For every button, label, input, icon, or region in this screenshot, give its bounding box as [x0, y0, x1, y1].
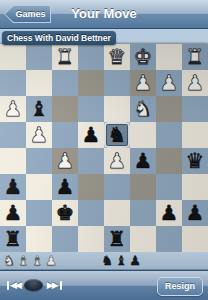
page-title: Your Move [0, 6, 208, 21]
skip-forward-icon: ▶▶ [47, 279, 57, 291]
square-g5[interactable] [26, 148, 52, 174]
square-e3[interactable] [78, 96, 104, 122]
square-e1[interactable] [78, 44, 104, 70]
square-g7[interactable] [26, 200, 52, 226]
square-f4[interactable] [52, 122, 78, 148]
square-a5[interactable]: ♛ [182, 148, 208, 174]
captured-white-pieces: ♞♝♝♟ [2, 253, 58, 268]
piece-black-rook[interactable]: ♜ [104, 226, 130, 252]
square-b1[interactable] [156, 44, 182, 70]
app-screen: Games Your Move Chess With David Bettner… [0, 0, 208, 300]
square-g1[interactable] [26, 44, 52, 70]
piece-black-knight[interactable]: ♞ [104, 122, 130, 148]
square-f6[interactable]: ♟ [52, 174, 78, 200]
square-c2[interactable]: ♟ [130, 70, 156, 96]
square-g2[interactable] [26, 70, 52, 96]
square-a4[interactable] [182, 122, 208, 148]
square-c3[interactable]: ♞ [130, 96, 156, 122]
square-a6[interactable] [182, 174, 208, 200]
captured-black-knight-icon: ♞ [100, 253, 114, 268]
piece-white-queen[interactable]: ♛ [104, 44, 130, 70]
square-d8[interactable]: ♜ [104, 226, 130, 252]
captured-black-pieces: ♞♝♟ [100, 253, 142, 268]
piece-white-pawn[interactable]: ♟ [104, 148, 130, 174]
square-c1[interactable]: ♚ [130, 44, 156, 70]
captured-black-pawn-icon: ♟ [128, 253, 142, 268]
piece-white-rook[interactable]: ♜ [52, 44, 78, 70]
skip-back-icon: ◀◀ [10, 279, 20, 291]
square-f1[interactable]: ♜ [52, 44, 78, 70]
square-g3[interactable]: ♝ [26, 96, 52, 122]
square-h6[interactable]: ♟ [0, 174, 26, 200]
piece-black-pawn[interactable]: ♟ [52, 174, 78, 200]
square-f3[interactable] [52, 96, 78, 122]
square-d5[interactable]: ♟ [104, 148, 130, 174]
navigation-bar: Games Your Move [0, 0, 208, 29]
piece-black-pawn[interactable]: ♟ [0, 200, 26, 226]
skip-back-button[interactable]: ◀◀ [7, 279, 20, 291]
square-f2[interactable] [52, 70, 78, 96]
square-e8[interactable] [78, 226, 104, 252]
square-e2[interactable] [78, 70, 104, 96]
square-d7[interactable] [104, 200, 130, 226]
square-c4[interactable] [130, 122, 156, 148]
square-c6[interactable] [130, 174, 156, 200]
bottom-toolbar: ◀◀ ▶▶ Resign [0, 270, 208, 300]
square-h5[interactable] [0, 148, 26, 174]
square-f8[interactable] [52, 226, 78, 252]
square-b6[interactable] [156, 174, 182, 200]
game-title-tab: Chess With David Bettner [2, 31, 116, 45]
square-h1[interactable] [0, 44, 26, 70]
piece-black-king[interactable]: ♚ [52, 200, 78, 226]
piece-black-queen[interactable]: ♛ [182, 148, 208, 174]
square-b2[interactable]: ♟ [156, 70, 182, 96]
piece-white-rook[interactable]: ♜ [182, 44, 208, 70]
position-indicator [24, 279, 43, 291]
piece-black-pawn[interactable]: ♟ [130, 148, 156, 174]
piece-white-king[interactable]: ♚ [130, 44, 156, 70]
piece-white-knight[interactable]: ♞ [130, 96, 156, 122]
square-e7[interactable] [78, 200, 104, 226]
piece-black-pawn[interactable]: ♟ [78, 122, 104, 148]
piece-white-pawn[interactable]: ♟ [52, 148, 78, 174]
skip-forward-button[interactable]: ▶▶ [47, 279, 62, 291]
square-a3[interactable] [182, 96, 208, 122]
square-d3[interactable] [104, 96, 130, 122]
piece-black-rook[interactable]: ♜ [0, 226, 26, 252]
piece-white-pawn[interactable]: ♟ [26, 122, 52, 148]
square-b7[interactable]: ♟ [156, 200, 182, 226]
captured-black-bishop-icon: ♝ [114, 253, 128, 268]
square-f7[interactable]: ♚ [52, 200, 78, 226]
square-a7[interactable]: ♟ [182, 200, 208, 226]
skip-back-bar-icon [7, 281, 9, 290]
replay-controls: ◀◀ ▶▶ [7, 279, 62, 291]
square-h4[interactable] [0, 122, 26, 148]
square-g6[interactable] [26, 174, 52, 200]
square-b5[interactable] [156, 148, 182, 174]
square-a8[interactable] [182, 226, 208, 252]
square-h8[interactable]: ♜ [0, 226, 26, 252]
square-c7[interactable] [130, 200, 156, 226]
square-h3[interactable]: ♟ [0, 96, 26, 122]
piece-black-pawn[interactable]: ♟ [182, 200, 208, 226]
captured-white-bishop-icon: ♝ [16, 253, 30, 268]
chess-board[interactable]: ♜♛♚♜♟♟♟♟♝♞♟♟♞♟♟♟♛♟♟♟♚♟♟♜♜ [0, 44, 208, 252]
captured-white-knight-icon: ♞ [2, 253, 16, 268]
square-a2[interactable]: ♟ [182, 70, 208, 96]
piece-black-pawn[interactable]: ♟ [0, 174, 26, 200]
captured-white-bishop-icon: ♝ [30, 253, 44, 268]
piece-white-pawn[interactable]: ♟ [130, 70, 156, 96]
square-d6[interactable] [104, 174, 130, 200]
square-f5[interactable]: ♟ [52, 148, 78, 174]
skip-forward-bar-icon [60, 281, 62, 290]
square-c8[interactable] [130, 226, 156, 252]
piece-black-bishop[interactable]: ♝ [26, 96, 52, 122]
square-g4[interactable]: ♟ [26, 122, 52, 148]
square-e4[interactable]: ♟ [78, 122, 104, 148]
square-c5[interactable]: ♟ [130, 148, 156, 174]
square-e5[interactable] [78, 148, 104, 174]
piece-white-pawn[interactable]: ♟ [0, 96, 26, 122]
square-e6[interactable] [78, 174, 104, 200]
resign-button[interactable]: Resign [157, 277, 203, 296]
captured-pieces-tray: ♞♝♝♟ ♞♝♟ [0, 252, 208, 270]
captured-white-pawn-icon: ♟ [44, 253, 58, 268]
piece-black-pawn[interactable]: ♟ [156, 200, 182, 226]
piece-white-pawn[interactable]: ♟ [156, 70, 182, 96]
square-h7[interactable]: ♟ [0, 200, 26, 226]
square-b4[interactable] [156, 122, 182, 148]
square-d2[interactable] [104, 70, 130, 96]
square-b8[interactable] [156, 226, 182, 252]
square-b3[interactable] [156, 96, 182, 122]
square-g8[interactable] [26, 226, 52, 252]
square-d4[interactable]: ♞ [104, 122, 130, 148]
square-a1[interactable]: ♜ [182, 44, 208, 70]
square-d1[interactable]: ♛ [104, 44, 130, 70]
piece-white-pawn[interactable]: ♟ [182, 70, 208, 96]
square-h2[interactable] [0, 70, 26, 96]
